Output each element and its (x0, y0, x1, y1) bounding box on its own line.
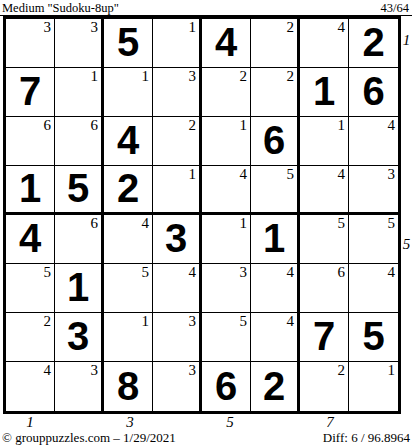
cell-value: 5 (117, 22, 139, 62)
cell-r1c7[interactable]: 4 (300, 19, 349, 68)
col-label-7: 7 (320, 414, 340, 431)
col-label-1: 1 (20, 414, 40, 431)
cell-r2c8[interactable]: 6 (349, 68, 398, 117)
copyright-text: © grouppuzzles.com – 1/29/2021 (2, 430, 176, 446)
pencil-mark: 3 (189, 68, 197, 84)
pencil-mark: 5 (287, 166, 295, 182)
pencil-mark: 3 (388, 166, 396, 182)
cell-value: 1 (67, 267, 89, 307)
cell-r3c5[interactable]: 1 (202, 117, 251, 166)
cell-r1c2[interactable]: 3 (55, 19, 104, 68)
pencil-mark: 3 (44, 19, 52, 35)
cell-r8c6[interactable]: 2 (251, 362, 300, 411)
cell-r5c7[interactable]: 5 (300, 215, 349, 264)
cell-r2c6[interactable]: 2 (251, 68, 300, 117)
pencil-mark: 3 (240, 264, 248, 280)
sudoku-grid: 3351424271132216664216141521454346431155… (3, 16, 401, 414)
cell-r7c8[interactable]: 5 (349, 313, 398, 362)
pencil-mark: 3 (189, 313, 197, 329)
pencil-mark: 3 (91, 19, 99, 35)
cell-r6c4[interactable]: 4 (153, 264, 202, 313)
cell-r5c1[interactable]: 4 (6, 215, 55, 264)
pencil-mark: 3 (91, 362, 99, 378)
pencil-mark: 2 (287, 19, 295, 35)
cell-r8c1[interactable]: 4 (6, 362, 55, 411)
pencil-mark: 5 (240, 313, 248, 329)
row-label-1: 1 (401, 32, 412, 49)
cell-r7c2[interactable]: 3 (55, 313, 104, 362)
cell-r8c8[interactable]: 1 (349, 362, 398, 411)
cell-r2c3[interactable]: 1 (104, 68, 153, 117)
pencil-mark: 4 (142, 215, 150, 231)
cell-value: 6 (362, 71, 384, 111)
difficulty-text: Diff: 6 / 96.8964 (323, 430, 410, 446)
cell-r1c8[interactable]: 2 (349, 19, 398, 68)
col-label-5: 5 (220, 414, 240, 431)
cell-r2c7[interactable]: 1 (300, 68, 349, 117)
cell-r3c4[interactable]: 2 (153, 117, 202, 166)
pencil-mark: 6 (44, 117, 52, 133)
cell-r6c5[interactable]: 3 (202, 264, 251, 313)
cell-r8c3[interactable]: 8 (104, 362, 153, 411)
cell-r3c6[interactable]: 6 (251, 117, 300, 166)
pencil-mark: 2 (287, 68, 295, 84)
cell-r4c4[interactable]: 1 (153, 166, 202, 215)
cell-r7c3[interactable]: 1 (104, 313, 153, 362)
pencil-mark: 1 (338, 117, 346, 133)
cell-r5c5[interactable]: 1 (202, 215, 251, 264)
pencil-mark: 4 (388, 117, 396, 133)
cell-r5c2[interactable]: 6 (55, 215, 104, 264)
cell-value: 7 (313, 316, 335, 356)
pencil-mark: 1 (240, 215, 248, 231)
cell-r3c7[interactable]: 1 (300, 117, 349, 166)
pencil-mark: 2 (189, 117, 197, 133)
cell-r7c4[interactable]: 3 (153, 313, 202, 362)
cell-r4c8[interactable]: 3 (349, 166, 398, 215)
cell-value: 8 (117, 366, 139, 406)
pencil-mark: 5 (388, 215, 396, 231)
cell-r2c2[interactable]: 1 (55, 68, 104, 117)
cell-r3c8[interactable]: 4 (349, 117, 398, 166)
pencil-mark: 1 (91, 68, 99, 84)
pencil-mark: 4 (338, 19, 346, 35)
pencil-mark: 1 (189, 19, 197, 35)
cell-r5c3[interactable]: 4 (104, 215, 153, 264)
sudoku-page: { "game": "Sudoku-8up (8x8 sudoku, boxes… (0, 0, 412, 447)
cell-r6c6[interactable]: 4 (251, 264, 300, 313)
cell-r2c4[interactable]: 3 (153, 68, 202, 117)
cell-r4c6[interactable]: 5 (251, 166, 300, 215)
cell-value: 5 (362, 316, 384, 356)
pencil-mark: 4 (388, 264, 396, 280)
pencil-mark: 2 (44, 313, 52, 329)
cell-value: 4 (215, 22, 237, 62)
cell-r8c7[interactable]: 2 (300, 362, 349, 411)
cell-r7c6[interactable]: 4 (251, 313, 300, 362)
col-label-3: 3 (120, 414, 140, 431)
cell-r6c7[interactable]: 6 (300, 264, 349, 313)
cell-r6c2[interactable]: 1 (55, 264, 104, 313)
progress-counter: 43/64 (381, 1, 409, 16)
pencil-mark: 6 (91, 215, 99, 231)
cell-r8c4[interactable]: 3 (153, 362, 202, 411)
cell-r6c3[interactable]: 5 (104, 264, 153, 313)
cell-value: 2 (263, 366, 285, 406)
cell-r2c1[interactable]: 7 (6, 68, 55, 117)
cell-r8c2[interactable]: 3 (55, 362, 104, 411)
cell-r4c2[interactable]: 5 (55, 166, 104, 215)
pencil-mark: 6 (91, 117, 99, 133)
cell-r3c3[interactable]: 4 (104, 117, 153, 166)
cell-r5c6[interactable]: 1 (251, 215, 300, 264)
cell-r6c1[interactable]: 5 (6, 264, 55, 313)
cell-r1c3[interactable]: 5 (104, 19, 153, 68)
pencil-mark: 5 (142, 264, 150, 280)
page-title: Medium "Sudoku-8up" (2, 1, 119, 16)
cell-value: 5 (67, 168, 89, 208)
row-label-5: 5 (401, 236, 412, 253)
pencil-mark: 1 (142, 68, 150, 84)
cell-r3c2[interactable]: 6 (55, 117, 104, 166)
pencil-mark: 3 (189, 362, 197, 378)
cell-r6c8[interactable]: 4 (349, 264, 398, 313)
cell-value: 2 (362, 22, 384, 62)
pencil-mark: 6 (338, 264, 346, 280)
cell-r5c4[interactable]: 3 (153, 215, 202, 264)
pencil-mark: 2 (338, 362, 346, 378)
cell-value: 6 (215, 366, 237, 406)
cell-r1c4[interactable]: 1 (153, 19, 202, 68)
cell-value: 4 (19, 218, 41, 258)
pencil-mark: 2 (240, 68, 248, 84)
cell-value: 4 (117, 120, 139, 160)
cell-value: 3 (165, 218, 187, 258)
cell-r2c5[interactable]: 2 (202, 68, 251, 117)
cell-r7c5[interactable]: 5 (202, 313, 251, 362)
cell-r1c1[interactable]: 3 (6, 19, 55, 68)
pencil-mark: 4 (189, 264, 197, 280)
cell-value: 3 (67, 316, 89, 356)
cell-r7c7[interactable]: 7 (300, 313, 349, 362)
cell-r7c1[interactable]: 2 (6, 313, 55, 362)
cell-value: 6 (263, 120, 285, 160)
pencil-mark: 4 (287, 264, 295, 280)
cell-value: 2 (117, 168, 139, 208)
pencil-mark: 4 (44, 362, 52, 378)
pencil-mark: 5 (338, 215, 346, 231)
pencil-mark: 4 (240, 166, 248, 182)
pencil-mark: 1 (388, 362, 396, 378)
cell-r5c8[interactable]: 5 (349, 215, 398, 264)
cell-r8c5[interactable]: 6 (202, 362, 251, 411)
cell-value: 1 (263, 218, 285, 258)
cell-r1c6[interactable]: 2 (251, 19, 300, 68)
cell-value: 7 (19, 71, 41, 111)
pencil-mark: 1 (240, 117, 248, 133)
pencil-mark: 1 (142, 313, 150, 329)
pencil-mark: 4 (338, 166, 346, 182)
cell-r4c7[interactable]: 4 (300, 166, 349, 215)
cell-r3c1[interactable]: 6 (6, 117, 55, 166)
cell-value: 1 (19, 168, 41, 208)
cell-value: 1 (313, 71, 335, 111)
cell-r4c3[interactable]: 2 (104, 166, 153, 215)
cell-r4c1[interactable]: 1 (6, 166, 55, 215)
pencil-mark: 1 (189, 166, 197, 182)
pencil-mark: 5 (44, 264, 52, 280)
pencil-mark: 4 (287, 313, 295, 329)
cell-r4c5[interactable]: 4 (202, 166, 251, 215)
cell-r1c5[interactable]: 4 (202, 19, 251, 68)
